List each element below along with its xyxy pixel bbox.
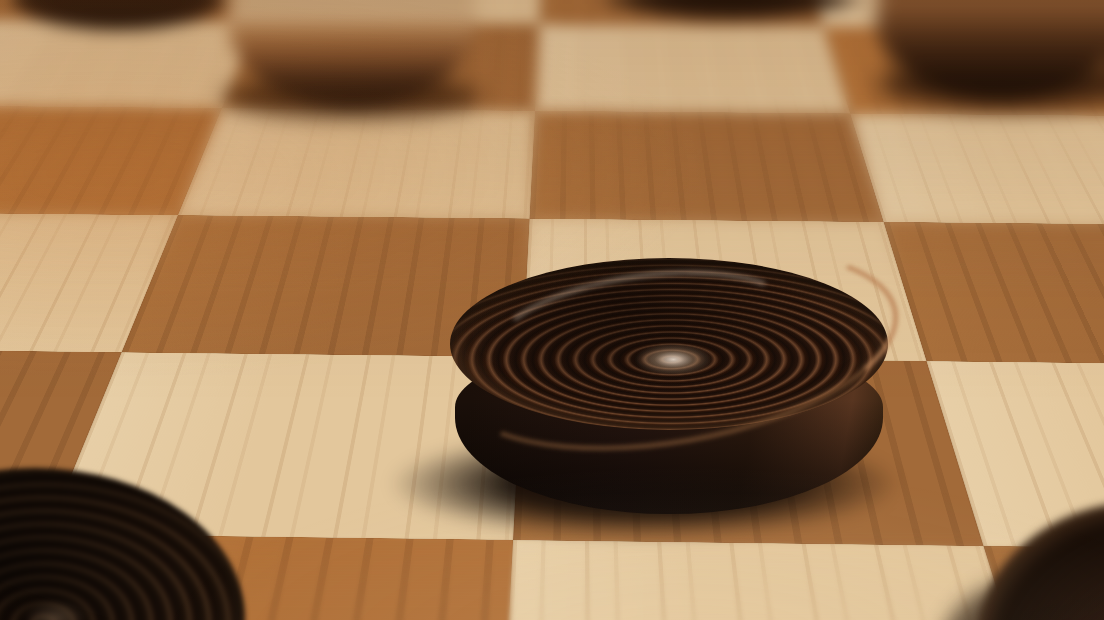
square-c5 (0, 20, 257, 108)
square-e5 (535, 24, 850, 113)
square-e4 (530, 111, 884, 222)
piece-top-surface (0, 468, 245, 620)
checker-piece-e2-focus[interactable] (450, 258, 888, 520)
square-f4 (850, 114, 1104, 226)
checkers-photo-scene (0, 0, 1104, 620)
checker-piece-b1[interactable] (0, 468, 245, 620)
piece-top-surface (975, 502, 1104, 620)
square-d4 (178, 108, 535, 218)
checker-piece-f1[interactable] (975, 502, 1104, 620)
